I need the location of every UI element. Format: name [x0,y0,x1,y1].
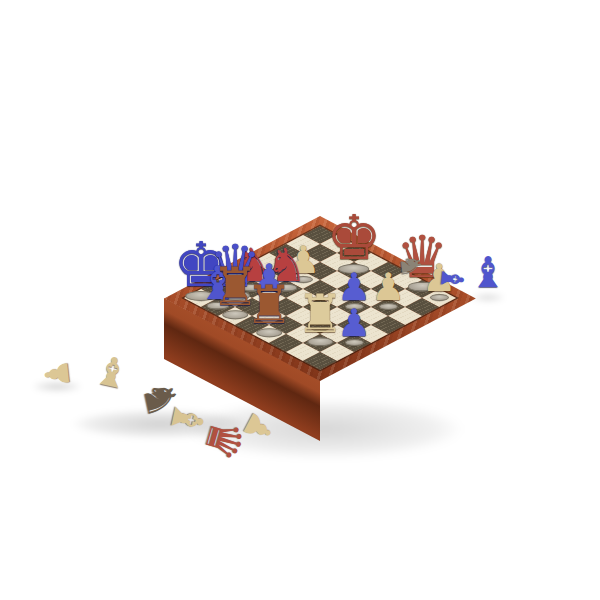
piece-white-rook-b2[interactable]: ♜ [296,290,344,346]
fallen-black-bishop-on-rim[interactable]: ♝ [436,264,469,294]
fallen-white-pawn-far-left[interactable]: ♟ [40,358,75,390]
scene: ♚♝♛♜♜♞♞♟♟♟♚♟♟♜♛♟ ♟♝♞♝♛♟♞♝♝ [0,0,600,600]
standing-black-bishop-off-board[interactable]: ♝ [469,252,507,294]
white-rook-glyph: ♜ [296,290,344,339]
piece-black-rook-a4[interactable]: ♜ [245,281,293,337]
white-king-glyph: ♚ [326,209,382,266]
black-rook-glyph: ♜ [245,281,293,330]
fallen-gray-knight-on-board[interactable]: ♞ [396,253,425,279]
leaning-white-bishop[interactable]: ♝ [90,349,133,396]
